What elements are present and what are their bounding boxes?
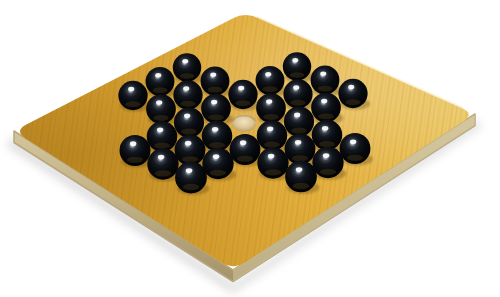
marble-wood-reflection xyxy=(317,86,332,92)
marble-specular-highlight xyxy=(295,140,301,145)
marble-specular-highlight xyxy=(292,58,298,62)
marble-specular-highlight xyxy=(296,167,303,172)
marble-wood-reflection xyxy=(263,114,278,120)
marble-specular-highlight xyxy=(240,140,246,145)
marble-wood-reflection xyxy=(208,114,223,120)
marble-wood-reflection xyxy=(235,100,250,106)
marble-wood-reflection xyxy=(180,73,195,79)
marble-wood-reflection xyxy=(182,156,198,162)
marble-wood-reflection xyxy=(152,87,167,93)
marble-specular-highlight xyxy=(238,86,244,90)
marble-wood-reflection xyxy=(125,101,140,107)
marble-specular-highlight xyxy=(350,139,356,144)
marble-specular-highlight xyxy=(183,86,189,90)
board-top-face xyxy=(0,2,500,266)
marble-specular-highlight xyxy=(268,154,275,159)
marble-specular-highlight xyxy=(185,141,191,146)
marble-wood-reflection xyxy=(207,87,222,93)
peg-solitaire-board-photo xyxy=(0,0,500,297)
marble-specular-highlight xyxy=(323,153,330,158)
marble-specular-highlight xyxy=(184,114,190,119)
marble-specular-highlight xyxy=(266,99,272,103)
marble-wood-reflection xyxy=(181,129,197,135)
marble-specular-highlight xyxy=(294,113,300,118)
marble-wood-reflection xyxy=(290,72,305,78)
marble-specular-highlight xyxy=(267,126,273,131)
marble-wood-reflection xyxy=(265,169,281,175)
marble-specular-highlight xyxy=(293,85,299,89)
marble-specular-highlight xyxy=(186,168,193,173)
marble-wood-reflection xyxy=(345,99,360,105)
marble-wood-reflection xyxy=(293,183,310,189)
marble-specular-highlight xyxy=(212,127,218,132)
marble-wood-reflection xyxy=(290,100,305,106)
marble-specular-highlight xyxy=(155,73,161,77)
marble-specular-highlight xyxy=(157,127,163,132)
marble-wood-reflection xyxy=(155,170,171,176)
marble-wood-reflection xyxy=(180,101,195,107)
marble-wood-reflection xyxy=(292,155,308,161)
marble-wood-reflection xyxy=(320,169,336,175)
marble-wood-reflection xyxy=(291,128,307,134)
marble-specular-highlight xyxy=(322,126,328,131)
marble-wood-reflection xyxy=(264,142,280,148)
marble-wood-reflection xyxy=(262,86,277,92)
marble-wood-reflection xyxy=(183,184,200,190)
marble-wood-reflection xyxy=(318,113,333,119)
marble-specular-highlight xyxy=(348,85,354,89)
marble-wood-reflection xyxy=(127,157,143,163)
marble-specular-highlight xyxy=(128,87,134,91)
marble-wood-reflection xyxy=(237,156,253,162)
marble-specular-highlight xyxy=(320,71,326,75)
marble-specular-highlight xyxy=(158,155,165,160)
marble-specular-highlight xyxy=(265,72,271,76)
marble-specular-highlight xyxy=(182,59,188,63)
empty-center-hole[interactable] xyxy=(232,114,257,132)
marble-specular-highlight xyxy=(156,100,162,104)
marble-specular-highlight xyxy=(321,99,327,103)
marble-specular-highlight xyxy=(213,154,220,159)
marble-specular-highlight xyxy=(211,100,217,104)
marble-wood-reflection xyxy=(153,115,168,121)
marble-wood-reflection xyxy=(347,155,363,161)
marble-wood-reflection xyxy=(154,143,170,149)
product-photo-canvas xyxy=(0,0,500,297)
marble-wood-reflection xyxy=(209,142,225,148)
marble-specular-highlight xyxy=(130,141,137,146)
marble-specular-highlight xyxy=(210,72,216,76)
marble-wood-reflection xyxy=(319,141,335,147)
marble-wood-reflection xyxy=(210,170,226,176)
